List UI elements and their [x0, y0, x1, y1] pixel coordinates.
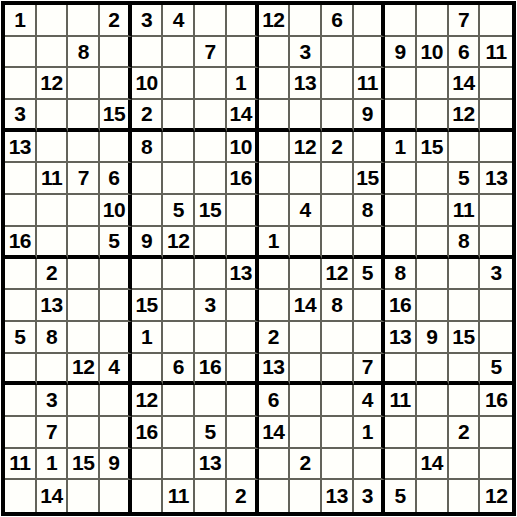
cell-r12c6[interactable]: 6 [163, 354, 195, 386]
cell-r12c15[interactable] [449, 354, 481, 386]
cell-r3c13[interactable] [385, 68, 417, 100]
cell-r15c7[interactable]: 13 [195, 449, 227, 481]
cell-r13c14[interactable] [417, 385, 449, 417]
cell-r9c6[interactable] [163, 259, 195, 291]
cell-r7c6[interactable]: 5 [163, 195, 195, 227]
cell-r5c8[interactable]: 10 [227, 132, 259, 164]
cell-r8c11[interactable] [322, 227, 354, 259]
cell-r3c16[interactable] [480, 68, 512, 100]
cell-r7c8[interactable] [227, 195, 259, 227]
cell-r9c12[interactable]: 5 [354, 259, 386, 291]
cell-r7c11[interactable] [322, 195, 354, 227]
cell-r12c5[interactable] [132, 354, 164, 386]
cell-r6c10[interactable] [290, 163, 322, 195]
cell-r7c14[interactable] [417, 195, 449, 227]
cell-r5c11[interactable]: 2 [322, 132, 354, 164]
cell-r16c7[interactable] [195, 480, 227, 512]
cell-r2c11[interactable] [322, 37, 354, 69]
cell-r11c9[interactable]: 2 [259, 322, 291, 354]
cell-r1c2[interactable] [37, 5, 69, 37]
cell-r1c4[interactable]: 2 [100, 5, 132, 37]
cell-r15c4[interactable]: 9 [100, 449, 132, 481]
cell-r10c7[interactable]: 3 [195, 290, 227, 322]
cell-r5c13[interactable]: 1 [385, 132, 417, 164]
cell-r2c7[interactable]: 7 [195, 37, 227, 69]
cell-r14c9[interactable]: 14 [259, 417, 291, 449]
cell-r3c2[interactable]: 12 [37, 68, 69, 100]
cell-r16c5[interactable] [132, 480, 164, 512]
cell-r4c14[interactable] [417, 100, 449, 132]
cell-r14c14[interactable] [417, 417, 449, 449]
cell-r13c4[interactable] [100, 385, 132, 417]
cell-r12c12[interactable]: 7 [354, 354, 386, 386]
cell-r10c13[interactable]: 16 [385, 290, 417, 322]
cell-r1c9[interactable]: 12 [259, 5, 291, 37]
cell-r8c8[interactable] [227, 227, 259, 259]
cell-r5c1[interactable]: 13 [5, 132, 37, 164]
cell-r14c5[interactable]: 16 [132, 417, 164, 449]
cell-r6c16[interactable]: 13 [480, 163, 512, 195]
cell-r13c16[interactable]: 16 [480, 385, 512, 417]
cell-r2c6[interactable] [163, 37, 195, 69]
cell-r5c4[interactable] [100, 132, 132, 164]
cell-r5c15[interactable] [449, 132, 481, 164]
cell-r14c2[interactable]: 7 [37, 417, 69, 449]
cell-r9c1[interactable] [5, 259, 37, 291]
cell-r1c8[interactable] [227, 5, 259, 37]
cell-r3c6[interactable] [163, 68, 195, 100]
cell-r11c4[interactable] [100, 322, 132, 354]
cell-r2c5[interactable] [132, 37, 164, 69]
cell-r3c14[interactable] [417, 68, 449, 100]
cell-r15c14[interactable]: 14 [417, 449, 449, 481]
cell-r9c14[interactable] [417, 259, 449, 291]
cell-r16c8[interactable]: 2 [227, 480, 259, 512]
cell-r5c16[interactable] [480, 132, 512, 164]
cell-r14c10[interactable] [290, 417, 322, 449]
cell-r10c9[interactable] [259, 290, 291, 322]
cell-r1c16[interactable] [480, 5, 512, 37]
cell-r10c11[interactable]: 8 [322, 290, 354, 322]
cell-r9c15[interactable] [449, 259, 481, 291]
cell-r10c6[interactable] [163, 290, 195, 322]
cell-r15c2[interactable]: 1 [37, 449, 69, 481]
cell-r10c10[interactable]: 14 [290, 290, 322, 322]
sudoku-page: 1234126787391061112101131114315214912138… [0, 1, 517, 517]
cell-r16c3[interactable] [68, 480, 100, 512]
sudoku-board: 1234126787391061112101131114315214912138… [1, 1, 516, 516]
cell-r9c7[interactable] [195, 259, 227, 291]
cell-r15c16[interactable] [480, 449, 512, 481]
cell-r16c1[interactable] [5, 480, 37, 512]
cell-r9c5[interactable] [132, 259, 164, 291]
cell-r4c6[interactable] [163, 100, 195, 132]
cell-r5c6[interactable] [163, 132, 195, 164]
cell-r15c5[interactable] [132, 449, 164, 481]
cell-r4c11[interactable] [322, 100, 354, 132]
cell-r15c12[interactable] [354, 449, 386, 481]
cell-r1c10[interactable] [290, 5, 322, 37]
cell-r8c14[interactable] [417, 227, 449, 259]
cell-r7c15[interactable]: 11 [449, 195, 481, 227]
cell-r16c9[interactable] [259, 480, 291, 512]
cell-r8c3[interactable] [68, 227, 100, 259]
cell-r5c3[interactable] [68, 132, 100, 164]
cell-r11c16[interactable] [480, 322, 512, 354]
cell-r5c12[interactable] [354, 132, 386, 164]
cell-r11c12[interactable] [354, 322, 386, 354]
cell-r6c9[interactable] [259, 163, 291, 195]
cell-r2c3[interactable]: 8 [68, 37, 100, 69]
cell-r14c11[interactable] [322, 417, 354, 449]
cell-r12c8[interactable] [227, 354, 259, 386]
cell-r2c4[interactable] [100, 37, 132, 69]
cell-r7c13[interactable] [385, 195, 417, 227]
cell-r15c1[interactable]: 11 [5, 449, 37, 481]
cell-r7c2[interactable] [37, 195, 69, 227]
cell-r10c8[interactable] [227, 290, 259, 322]
cell-r9c10[interactable] [290, 259, 322, 291]
cell-r4c1[interactable]: 3 [5, 100, 37, 132]
cell-r13c9[interactable]: 6 [259, 385, 291, 417]
cell-r4c9[interactable] [259, 100, 291, 132]
cell-r6c4[interactable]: 6 [100, 163, 132, 195]
cell-r2c9[interactable] [259, 37, 291, 69]
cell-r5c14[interactable]: 15 [417, 132, 449, 164]
cell-r16c14[interactable] [417, 480, 449, 512]
cell-r1c5[interactable]: 3 [132, 5, 164, 37]
cell-r7c16[interactable] [480, 195, 512, 227]
cell-r10c14[interactable] [417, 290, 449, 322]
cell-r16c11[interactable]: 13 [322, 480, 354, 512]
cell-r14c16[interactable] [480, 417, 512, 449]
cell-r6c6[interactable] [163, 163, 195, 195]
cell-r9c3[interactable] [68, 259, 100, 291]
cell-r11c10[interactable] [290, 322, 322, 354]
cell-r14c3[interactable] [68, 417, 100, 449]
cell-r12c7[interactable]: 16 [195, 354, 227, 386]
cell-r6c15[interactable]: 5 [449, 163, 481, 195]
cell-r7c3[interactable] [68, 195, 100, 227]
cell-r7c1[interactable] [5, 195, 37, 227]
cell-r10c3[interactable] [68, 290, 100, 322]
cell-r3c4[interactable] [100, 68, 132, 100]
cell-r13c3[interactable] [68, 385, 100, 417]
cell-r7c5[interactable] [132, 195, 164, 227]
cell-r11c5[interactable]: 1 [132, 322, 164, 354]
cell-r15c3[interactable]: 15 [68, 449, 100, 481]
cell-r13c13[interactable]: 11 [385, 385, 417, 417]
cell-r15c10[interactable]: 2 [290, 449, 322, 481]
cell-r7c10[interactable]: 4 [290, 195, 322, 227]
cell-r15c8[interactable] [227, 449, 259, 481]
cell-r8c13[interactable] [385, 227, 417, 259]
cell-r1c6[interactable]: 4 [163, 5, 195, 37]
cell-r1c3[interactable] [68, 5, 100, 37]
cell-r1c15[interactable]: 7 [449, 5, 481, 37]
cell-r16c13[interactable]: 5 [385, 480, 417, 512]
cell-r15c9[interactable] [259, 449, 291, 481]
cell-r1c1[interactable]: 1 [5, 5, 37, 37]
cell-r10c15[interactable] [449, 290, 481, 322]
cell-r6c5[interactable] [132, 163, 164, 195]
cell-r4c7[interactable] [195, 100, 227, 132]
cell-r12c2[interactable] [37, 354, 69, 386]
cell-r13c7[interactable] [195, 385, 227, 417]
cell-r6c13[interactable] [385, 163, 417, 195]
cell-r11c7[interactable] [195, 322, 227, 354]
cell-r12c1[interactable] [5, 354, 37, 386]
cell-r12c14[interactable] [417, 354, 449, 386]
cell-r2c10[interactable]: 3 [290, 37, 322, 69]
cell-r11c11[interactable] [322, 322, 354, 354]
cell-r12c3[interactable]: 12 [68, 354, 100, 386]
cell-r15c6[interactable] [163, 449, 195, 481]
cell-r7c12[interactable]: 8 [354, 195, 386, 227]
cell-r9c4[interactable] [100, 259, 132, 291]
cell-r14c6[interactable] [163, 417, 195, 449]
cell-r16c16[interactable]: 12 [480, 480, 512, 512]
cell-r3c12[interactable]: 11 [354, 68, 386, 100]
cell-r14c15[interactable]: 2 [449, 417, 481, 449]
cell-r9c9[interactable] [259, 259, 291, 291]
cell-r6c8[interactable]: 16 [227, 163, 259, 195]
cell-r13c1[interactable] [5, 385, 37, 417]
cell-r11c8[interactable] [227, 322, 259, 354]
cell-r2c12[interactable] [354, 37, 386, 69]
cell-r4c2[interactable] [37, 100, 69, 132]
cell-r8c6[interactable]: 12 [163, 227, 195, 259]
cell-r4c10[interactable] [290, 100, 322, 132]
cell-r14c13[interactable] [385, 417, 417, 449]
cell-r8c1[interactable]: 16 [5, 227, 37, 259]
cell-r11c1[interactable]: 5 [5, 322, 37, 354]
cell-r13c6[interactable] [163, 385, 195, 417]
cell-r3c3[interactable] [68, 68, 100, 100]
cell-r15c15[interactable] [449, 449, 481, 481]
cell-r8c9[interactable]: 1 [259, 227, 291, 259]
cell-r3c11[interactable] [322, 68, 354, 100]
cell-r3c1[interactable] [5, 68, 37, 100]
cell-r1c12[interactable] [354, 5, 386, 37]
cell-r9c2[interactable]: 2 [37, 259, 69, 291]
cell-r16c15[interactable] [449, 480, 481, 512]
cell-r9c13[interactable]: 8 [385, 259, 417, 291]
cell-r14c4[interactable] [100, 417, 132, 449]
cell-r10c5[interactable]: 15 [132, 290, 164, 322]
cell-r5c7[interactable] [195, 132, 227, 164]
cell-r1c14[interactable] [417, 5, 449, 37]
cell-r13c2[interactable]: 3 [37, 385, 69, 417]
cell-r4c12[interactable]: 9 [354, 100, 386, 132]
cell-r10c12[interactable] [354, 290, 386, 322]
cell-r12c16[interactable]: 5 [480, 354, 512, 386]
cell-r2c1[interactable] [5, 37, 37, 69]
cell-r3c7[interactable] [195, 68, 227, 100]
cell-r2c16[interactable]: 11 [480, 37, 512, 69]
cell-r8c4[interactable]: 5 [100, 227, 132, 259]
cell-r2c14[interactable]: 10 [417, 37, 449, 69]
cell-r15c13[interactable] [385, 449, 417, 481]
cell-r2c13[interactable]: 9 [385, 37, 417, 69]
cell-r4c3[interactable] [68, 100, 100, 132]
cell-r4c4[interactable]: 15 [100, 100, 132, 132]
cell-r12c9[interactable]: 13 [259, 354, 291, 386]
cell-r7c7[interactable]: 15 [195, 195, 227, 227]
cell-r13c5[interactable]: 12 [132, 385, 164, 417]
cell-r4c13[interactable] [385, 100, 417, 132]
cell-r6c14[interactable] [417, 163, 449, 195]
cell-r13c8[interactable] [227, 385, 259, 417]
cell-r8c12[interactable] [354, 227, 386, 259]
cell-r3c15[interactable]: 14 [449, 68, 481, 100]
cell-r2c15[interactable]: 6 [449, 37, 481, 69]
cell-r5c10[interactable]: 12 [290, 132, 322, 164]
cell-r10c4[interactable] [100, 290, 132, 322]
cell-r1c11[interactable]: 6 [322, 5, 354, 37]
cell-r3c10[interactable]: 13 [290, 68, 322, 100]
cell-r2c2[interactable] [37, 37, 69, 69]
cell-r13c15[interactable] [449, 385, 481, 417]
cell-r8c16[interactable] [480, 227, 512, 259]
cell-r4c5[interactable]: 2 [132, 100, 164, 132]
cell-r6c2[interactable]: 11 [37, 163, 69, 195]
cell-r15c11[interactable] [322, 449, 354, 481]
cell-r4c16[interactable] [480, 100, 512, 132]
cell-r9c16[interactable]: 3 [480, 259, 512, 291]
cell-r14c8[interactable] [227, 417, 259, 449]
cell-r11c3[interactable] [68, 322, 100, 354]
cell-r12c4[interactable]: 4 [100, 354, 132, 386]
cell-r5c2[interactable] [37, 132, 69, 164]
cell-r5c9[interactable] [259, 132, 291, 164]
cell-r16c6[interactable]: 11 [163, 480, 195, 512]
cell-r13c10[interactable] [290, 385, 322, 417]
cell-r6c1[interactable] [5, 163, 37, 195]
cell-r14c12[interactable]: 1 [354, 417, 386, 449]
cell-r14c7[interactable]: 5 [195, 417, 227, 449]
cell-r6c11[interactable] [322, 163, 354, 195]
cell-r9c11[interactable]: 12 [322, 259, 354, 291]
cell-r10c1[interactable] [5, 290, 37, 322]
cell-r2c8[interactable] [227, 37, 259, 69]
cell-r11c13[interactable]: 13 [385, 322, 417, 354]
cell-r6c7[interactable] [195, 163, 227, 195]
cell-r6c3[interactable]: 7 [68, 163, 100, 195]
cell-r8c2[interactable] [37, 227, 69, 259]
cell-r16c12[interactable]: 3 [354, 480, 386, 512]
cell-r5c5[interactable]: 8 [132, 132, 164, 164]
cell-r14c1[interactable] [5, 417, 37, 449]
cell-r4c8[interactable]: 14 [227, 100, 259, 132]
cell-r16c2[interactable]: 14 [37, 480, 69, 512]
cell-r6c12[interactable]: 15 [354, 163, 386, 195]
cell-r12c10[interactable] [290, 354, 322, 386]
cell-r11c14[interactable]: 9 [417, 322, 449, 354]
cell-r11c15[interactable]: 15 [449, 322, 481, 354]
cell-r12c11[interactable] [322, 354, 354, 386]
cell-r8c15[interactable]: 8 [449, 227, 481, 259]
cell-r12c13[interactable] [385, 354, 417, 386]
cell-r3c5[interactable]: 10 [132, 68, 164, 100]
cell-r16c10[interactable] [290, 480, 322, 512]
cell-r8c10[interactable] [290, 227, 322, 259]
cell-r10c16[interactable] [480, 290, 512, 322]
cell-r1c13[interactable] [385, 5, 417, 37]
cell-r13c12[interactable]: 4 [354, 385, 386, 417]
cell-r3c9[interactable] [259, 68, 291, 100]
cell-r7c4[interactable]: 10 [100, 195, 132, 227]
cell-r1c7[interactable] [195, 5, 227, 37]
cell-r8c7[interactable] [195, 227, 227, 259]
cell-r9c8[interactable]: 13 [227, 259, 259, 291]
cell-r13c11[interactable] [322, 385, 354, 417]
cell-r16c4[interactable] [100, 480, 132, 512]
cell-r11c6[interactable] [163, 322, 195, 354]
cell-r7c9[interactable] [259, 195, 291, 227]
cell-r10c2[interactable]: 13 [37, 290, 69, 322]
cell-r8c5[interactable]: 9 [132, 227, 164, 259]
cell-r4c15[interactable]: 12 [449, 100, 481, 132]
cell-r3c8[interactable]: 1 [227, 68, 259, 100]
cell-r11c2[interactable]: 8 [37, 322, 69, 354]
